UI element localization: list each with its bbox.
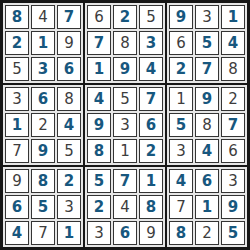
box-6: 192587346: [167, 85, 247, 165]
cell-r2c9[interactable]: 4: [221, 31, 245, 55]
cell-r4c5[interactable]: 5: [113, 87, 137, 111]
cell-r9c5[interactable]: 6: [113, 221, 137, 245]
box-9: 463719825: [167, 167, 247, 247]
cell-r2c2[interactable]: 1: [31, 31, 55, 55]
cell-r1c5[interactable]: 2: [113, 5, 137, 29]
cell-r4c1[interactable]: 3: [5, 87, 29, 111]
cell-r9c7[interactable]: 8: [169, 221, 193, 245]
cell-r4c4[interactable]: 4: [87, 87, 111, 111]
cell-r7c7[interactable]: 4: [169, 169, 193, 193]
cell-r2c3[interactable]: 9: [57, 31, 81, 55]
cell-r3c5[interactable]: 9: [113, 57, 137, 81]
cell-r7c2[interactable]: 8: [31, 169, 55, 193]
box-1: 847219536: [3, 3, 83, 83]
cell-r1c8[interactable]: 3: [195, 5, 219, 29]
cell-r6c2[interactable]: 9: [31, 139, 55, 163]
cell-r7c8[interactable]: 6: [195, 169, 219, 193]
cell-r8c1[interactable]: 6: [5, 195, 29, 219]
cell-r7c1[interactable]: 9: [5, 169, 29, 193]
box-3: 931654278: [167, 3, 247, 83]
box-7: 982653471: [3, 167, 83, 247]
cell-r4c7[interactable]: 1: [169, 87, 193, 111]
cell-r1c3[interactable]: 7: [57, 5, 81, 29]
box-8: 571248369: [85, 167, 165, 247]
cell-r6c1[interactable]: 7: [5, 139, 29, 163]
cell-r5c2[interactable]: 2: [31, 113, 55, 137]
cell-r5c9[interactable]: 7: [221, 113, 245, 137]
cell-r1c9[interactable]: 1: [221, 5, 245, 29]
cell-r5c8[interactable]: 8: [195, 113, 219, 137]
cell-r5c6[interactable]: 6: [139, 113, 163, 137]
cell-r7c6[interactable]: 1: [139, 169, 163, 193]
cell-r8c9[interactable]: 9: [221, 195, 245, 219]
cell-r5c4[interactable]: 9: [87, 113, 111, 137]
cell-r8c7[interactable]: 7: [169, 195, 193, 219]
cell-r9c6[interactable]: 9: [139, 221, 163, 245]
cell-r6c3[interactable]: 5: [57, 139, 81, 163]
cell-r3c1[interactable]: 5: [5, 57, 29, 81]
cell-r4c2[interactable]: 6: [31, 87, 55, 111]
cell-r3c7[interactable]: 2: [169, 57, 193, 81]
cell-r7c9[interactable]: 3: [221, 169, 245, 193]
sudoku-board: 8472195366257831949316542783681247954579…: [0, 0, 250, 250]
cell-r3c3[interactable]: 6: [57, 57, 81, 81]
cell-r6c4[interactable]: 8: [87, 139, 111, 163]
cell-r8c5[interactable]: 4: [113, 195, 137, 219]
cell-r6c6[interactable]: 2: [139, 139, 163, 163]
cell-r8c6[interactable]: 8: [139, 195, 163, 219]
box-2: 625783194: [85, 3, 165, 83]
cell-r4c8[interactable]: 9: [195, 87, 219, 111]
cell-r6c9[interactable]: 6: [221, 139, 245, 163]
cell-r3c8[interactable]: 7: [195, 57, 219, 81]
cell-r9c8[interactable]: 2: [195, 221, 219, 245]
cell-r5c3[interactable]: 4: [57, 113, 81, 137]
cell-r3c9[interactable]: 8: [221, 57, 245, 81]
cell-r2c1[interactable]: 2: [5, 31, 29, 55]
cell-r7c4[interactable]: 5: [87, 169, 111, 193]
cell-r9c2[interactable]: 7: [31, 221, 55, 245]
cell-r7c3[interactable]: 2: [57, 169, 81, 193]
cell-r1c2[interactable]: 4: [31, 5, 55, 29]
box-5: 457936812: [85, 85, 165, 165]
cell-r8c3[interactable]: 3: [57, 195, 81, 219]
cell-r9c4[interactable]: 3: [87, 221, 111, 245]
cell-r7c5[interactable]: 7: [113, 169, 137, 193]
cell-r1c6[interactable]: 5: [139, 5, 163, 29]
cell-r3c4[interactable]: 1: [87, 57, 111, 81]
cell-r9c9[interactable]: 5: [221, 221, 245, 245]
cell-r2c4[interactable]: 7: [87, 31, 111, 55]
cell-r5c7[interactable]: 5: [169, 113, 193, 137]
cell-r9c1[interactable]: 4: [5, 221, 29, 245]
cell-r8c4[interactable]: 2: [87, 195, 111, 219]
cell-r3c2[interactable]: 3: [31, 57, 55, 81]
cell-r2c7[interactable]: 6: [169, 31, 193, 55]
cell-r3c6[interactable]: 4: [139, 57, 163, 81]
cell-r8c8[interactable]: 1: [195, 195, 219, 219]
cell-r1c4[interactable]: 6: [87, 5, 111, 29]
cell-r2c5[interactable]: 8: [113, 31, 137, 55]
cell-r1c7[interactable]: 9: [169, 5, 193, 29]
cell-r4c6[interactable]: 7: [139, 87, 163, 111]
cell-r6c8[interactable]: 4: [195, 139, 219, 163]
cell-r2c8[interactable]: 5: [195, 31, 219, 55]
cell-r4c3[interactable]: 8: [57, 87, 81, 111]
cell-r1c1[interactable]: 8: [5, 5, 29, 29]
cell-r5c1[interactable]: 1: [5, 113, 29, 137]
cell-r8c2[interactable]: 5: [31, 195, 55, 219]
cell-r5c5[interactable]: 3: [113, 113, 137, 137]
cell-r6c7[interactable]: 3: [169, 139, 193, 163]
cell-r6c5[interactable]: 1: [113, 139, 137, 163]
cell-r2c6[interactable]: 3: [139, 31, 163, 55]
cell-r4c9[interactable]: 2: [221, 87, 245, 111]
cell-r9c3[interactable]: 1: [57, 221, 81, 245]
box-4: 368124795: [3, 85, 83, 165]
